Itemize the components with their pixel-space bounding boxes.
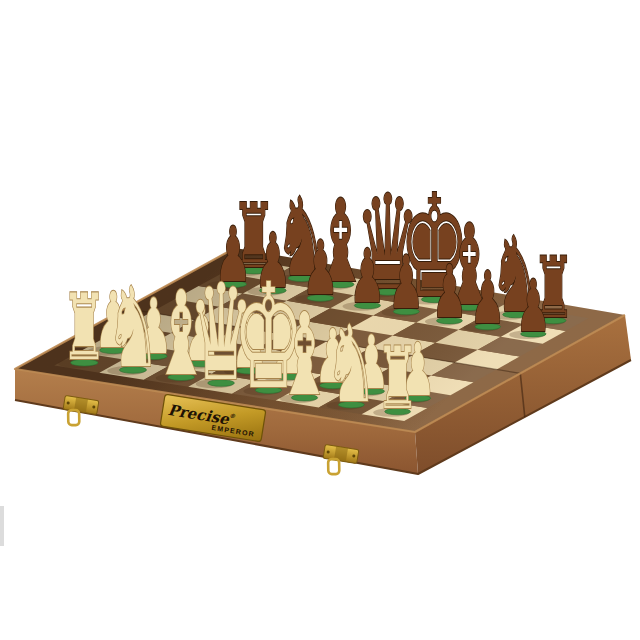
clasp-latch-center: [321, 444, 359, 478]
latch-loop: [68, 410, 79, 425]
product-photo: Precise® EMPEROR ♜♞♟♝♟♛♟♚♟♝♟♞♜♟♟♟♟♟♜♟♞♟♟…: [0, 0, 640, 640]
svg-text:♟: ♟: [388, 240, 424, 326]
piece-white-rook-a1[interactable]: ♜: [58, 275, 106, 380]
svg-text:♟: ♟: [431, 249, 467, 335]
latch-loop: [328, 459, 339, 474]
image-edge-artifact: [0, 506, 4, 546]
svg-text:♝: ♝: [277, 289, 333, 422]
piece-dark-pawn-h7[interactable]: ♟: [509, 264, 551, 348]
clasp-latch-left: [61, 395, 99, 429]
svg-text:♜: ♜: [376, 329, 418, 428]
svg-text:♞: ♞: [325, 302, 377, 426]
svg-text:♜: ♜: [62, 275, 107, 380]
piece-dark-pawn-f7[interactable]: ♟: [425, 249, 468, 335]
piece-white-bishop-f1[interactable]: ♝: [277, 289, 333, 422]
piece-dark-pawn-g7[interactable]: ♟: [463, 256, 505, 340]
svg-text:♟: ♟: [516, 264, 551, 348]
piece-white-rook-h1[interactable]: ♜: [373, 329, 419, 428]
chess-set-scene: Precise® EMPEROR ♜♞♟♝♟♛♟♚♟♝♟♞♜♟♟♟♟♟♜♟♞♟♟…: [0, 0, 640, 640]
piece-white-knight-g1[interactable]: ♞: [325, 302, 377, 426]
svg-text:♟: ♟: [470, 256, 506, 340]
piece-dark-pawn-e7[interactable]: ♟: [382, 240, 425, 326]
